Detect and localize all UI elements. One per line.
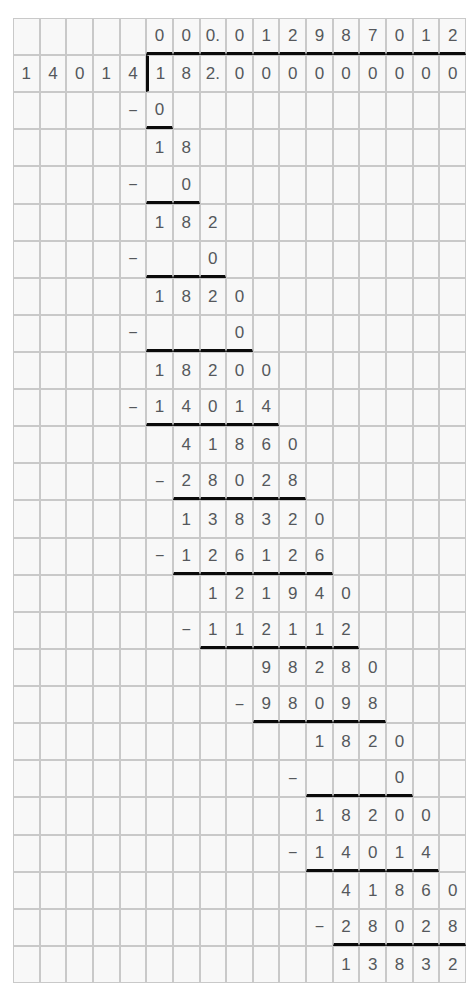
empty-cell (66, 686, 93, 723)
empty-cell (306, 166, 333, 203)
long-division-board: 000.01298701214014182.000000000−018−0182… (13, 18, 466, 983)
empty-cell (13, 426, 40, 463)
empty-cell (306, 278, 333, 315)
digit-cell-r10c8: 2 (200, 352, 227, 389)
empty-cell (93, 463, 120, 500)
empty-cell (333, 204, 360, 241)
empty-cell (120, 612, 147, 649)
empty-cell (40, 835, 67, 872)
empty-cell (279, 278, 306, 315)
digit-cell-r12c11: 0 (279, 426, 306, 463)
empty-cell (386, 389, 413, 426)
empty-cell (40, 18, 67, 55)
digit-cell-r16c10: 1 (253, 575, 280, 612)
digit-cell-r20c14: 2 (359, 723, 386, 760)
empty-cell (13, 352, 40, 389)
empty-cell (413, 649, 440, 686)
digit-cell-r1c11: 2 (279, 18, 306, 55)
empty-cell (13, 797, 40, 834)
empty-cell (200, 760, 227, 797)
empty-cell (173, 909, 200, 946)
digit-cell-r11c9: 1 (226, 389, 253, 426)
digit-cell-r8c9: 0 (226, 278, 253, 315)
empty-cell (120, 835, 147, 872)
empty-cell (386, 612, 413, 649)
empty-cell (279, 92, 306, 129)
empty-cell (13, 538, 40, 575)
digit-cell-r21c15: 0 (386, 760, 413, 797)
digit-cell-r12c9: 8 (226, 426, 253, 463)
empty-cell (40, 204, 67, 241)
empty-cell (386, 92, 413, 129)
empty-cell (66, 538, 93, 575)
empty-cell (40, 426, 67, 463)
digit-cell-r25c14: 8 (359, 909, 386, 946)
digit-cell-r2c14: 0 (359, 55, 386, 92)
empty-cell (306, 315, 333, 352)
digit-cell-r8c8: 2 (200, 278, 227, 315)
digit-cell-r26c14: 3 (359, 946, 386, 983)
digit-cell-r22c16: 0 (413, 797, 440, 834)
digit-cell-r17c10: 2 (253, 612, 280, 649)
digit-cell-r2c11: 0 (279, 55, 306, 92)
empty-cell (439, 166, 466, 203)
empty-cell (40, 909, 67, 946)
empty-cell (40, 129, 67, 166)
empty-cell (386, 500, 413, 537)
empty-cell (359, 389, 386, 426)
empty-cell (413, 389, 440, 426)
empty-cell (226, 129, 253, 166)
digit-cell-r4c6: 1 (146, 129, 173, 166)
empty-cell (439, 797, 466, 834)
empty-cell (40, 389, 67, 426)
empty-cell (333, 129, 360, 166)
empty-cell (439, 92, 466, 129)
empty-cell (66, 204, 93, 241)
empty-cell (66, 426, 93, 463)
digit-cell-r13c10: 2 (253, 463, 280, 500)
empty-cell (40, 723, 67, 760)
digit-cell-r15c7: 1 (173, 538, 200, 575)
empty-cell (200, 872, 227, 909)
digit-cell-r16c9: 2 (226, 575, 253, 612)
empty-cell (120, 278, 147, 315)
empty-cell (386, 649, 413, 686)
empty-cell (93, 426, 120, 463)
digit-cell-r12c7: 4 (173, 426, 200, 463)
empty-cell (413, 575, 440, 612)
empty-cell (200, 946, 227, 983)
empty-cell (413, 278, 440, 315)
empty-cell (173, 797, 200, 834)
empty-cell (66, 241, 93, 278)
empty-cell (13, 575, 40, 612)
empty-cell (253, 204, 280, 241)
digit-cell-r19c10: 9 (253, 686, 280, 723)
empty-cell (306, 872, 333, 909)
digit-cell-r16c13: 0 (333, 575, 360, 612)
empty-cell (359, 463, 386, 500)
digit-cell-r23c12: 1 (306, 835, 333, 872)
empty-cell (333, 760, 360, 797)
empty-cell (40, 686, 67, 723)
digit-cell-r13c11: 8 (279, 463, 306, 500)
empty-cell (13, 760, 40, 797)
empty-cell (439, 575, 466, 612)
empty-cell (13, 500, 40, 537)
empty-cell (279, 723, 306, 760)
empty-cell (173, 686, 200, 723)
digit-cell-r9c9: 0 (226, 315, 253, 352)
empty-cell (359, 500, 386, 537)
empty-cell (13, 946, 40, 983)
empty-cell (413, 500, 440, 537)
empty-cell (13, 909, 40, 946)
empty-cell (386, 278, 413, 315)
empty-cell (120, 204, 147, 241)
empty-cell (359, 92, 386, 129)
empty-cell (173, 92, 200, 129)
digit-cell-r4c7: 8 (173, 129, 200, 166)
empty-cell (40, 612, 67, 649)
empty-cell (93, 612, 120, 649)
empty-cell (120, 760, 147, 797)
empty-cell (359, 204, 386, 241)
minus-sign-cell: − (306, 909, 333, 946)
empty-cell (66, 352, 93, 389)
empty-cell (66, 129, 93, 166)
empty-cell (93, 92, 120, 129)
empty-cell (40, 872, 67, 909)
empty-cell (200, 649, 227, 686)
empty-cell (279, 204, 306, 241)
digit-cell-r25c17: 8 (439, 909, 466, 946)
digit-cell-r26c16: 3 (413, 946, 440, 983)
digit-cell-r6c6: 1 (146, 204, 173, 241)
empty-cell (146, 946, 173, 983)
digit-cell-r25c15: 0 (386, 909, 413, 946)
empty-cell (253, 92, 280, 129)
empty-cell (173, 946, 200, 983)
empty-cell (439, 835, 466, 872)
digit-cell-r10c7: 8 (173, 352, 200, 389)
empty-cell (253, 872, 280, 909)
digit-cell-r22c15: 0 (386, 797, 413, 834)
digit-cell-r17c13: 2 (333, 612, 360, 649)
minus-sign-cell: − (146, 463, 173, 500)
empty-cell (66, 872, 93, 909)
digit-cell-r16c8: 1 (200, 575, 227, 612)
empty-cell (93, 278, 120, 315)
empty-cell (439, 463, 466, 500)
empty-cell (93, 835, 120, 872)
empty-cell (439, 612, 466, 649)
digit-cell-r1c9: 0 (226, 18, 253, 55)
empty-cell (40, 649, 67, 686)
empty-cell (120, 909, 147, 946)
empty-cell (333, 389, 360, 426)
empty-cell (253, 723, 280, 760)
empty-cell (200, 723, 227, 760)
empty-cell (226, 723, 253, 760)
minus-sign-cell: − (279, 835, 306, 872)
empty-cell (93, 686, 120, 723)
digit-cell-r15c12: 6 (306, 538, 333, 575)
empty-cell (40, 352, 67, 389)
empty-cell (40, 760, 67, 797)
empty-cell (279, 166, 306, 203)
empty-cell (200, 129, 227, 166)
empty-cell (66, 389, 93, 426)
empty-cell (439, 426, 466, 463)
empty-cell (93, 166, 120, 203)
empty-cell (413, 92, 440, 129)
empty-cell (66, 500, 93, 537)
empty-cell (173, 723, 200, 760)
empty-cell (13, 872, 40, 909)
digit-cell-r19c14: 8 (359, 686, 386, 723)
digit-cell-r19c11: 8 (279, 686, 306, 723)
empty-cell (120, 946, 147, 983)
empty-cell (253, 278, 280, 315)
empty-cell (359, 575, 386, 612)
digit-cell-r2c4: 1 (93, 55, 120, 92)
empty-cell (439, 538, 466, 575)
empty-cell (66, 797, 93, 834)
digit-cell-r2c3: 0 (66, 55, 93, 92)
minus-sign-cell: − (120, 241, 147, 278)
empty-cell (146, 760, 173, 797)
digit-cell-r24c15: 8 (386, 872, 413, 909)
digit-cell-r23c15: 1 (386, 835, 413, 872)
empty-cell (359, 612, 386, 649)
empty-cell (40, 946, 67, 983)
empty-cell (333, 315, 360, 352)
digit-cell-r7c8: 0 (200, 241, 227, 278)
empty-cell (13, 278, 40, 315)
empty-cell (66, 463, 93, 500)
empty-cell (66, 649, 93, 686)
empty-cell (146, 500, 173, 537)
empty-cell (93, 129, 120, 166)
empty-cell (13, 723, 40, 760)
empty-cell (93, 575, 120, 612)
digit-cell-r1c15: 0 (386, 18, 413, 55)
empty-cell (146, 426, 173, 463)
empty-cell (306, 389, 333, 426)
empty-cell (40, 575, 67, 612)
empty-cell (439, 352, 466, 389)
empty-cell (359, 760, 386, 797)
empty-cell (120, 463, 147, 500)
digit-cell-r2c13: 0 (333, 55, 360, 92)
empty-cell (93, 872, 120, 909)
empty-cell (120, 426, 147, 463)
empty-cell (13, 686, 40, 723)
empty-cell (93, 723, 120, 760)
empty-cell (279, 352, 306, 389)
empty-cell (306, 241, 333, 278)
empty-cell (66, 166, 93, 203)
empty-cell (359, 315, 386, 352)
empty-cell (173, 575, 200, 612)
digit-cell-r17c8: 1 (200, 612, 227, 649)
minus-sign-cell: − (226, 686, 253, 723)
empty-cell (439, 389, 466, 426)
empty-cell (439, 129, 466, 166)
empty-cell (253, 909, 280, 946)
digit-cell-r2c8: 2. (200, 55, 227, 92)
empty-cell (413, 129, 440, 166)
empty-cell (40, 500, 67, 537)
empty-cell (93, 352, 120, 389)
digit-cell-r15c9: 6 (226, 538, 253, 575)
empty-cell (386, 166, 413, 203)
minus-sign-cell: − (120, 315, 147, 352)
digit-cell-r20c12: 1 (306, 723, 333, 760)
empty-cell (253, 835, 280, 872)
empty-cell (359, 166, 386, 203)
empty-cell (413, 538, 440, 575)
empty-cell (253, 129, 280, 166)
empty-cell (439, 278, 466, 315)
digit-cell-r11c6: 1 (146, 389, 173, 426)
minus-sign-cell: − (120, 166, 147, 203)
empty-cell (279, 241, 306, 278)
empty-cell (146, 909, 173, 946)
digit-cell-r15c11: 2 (279, 538, 306, 575)
empty-cell (226, 946, 253, 983)
empty-cell (66, 723, 93, 760)
empty-cell (13, 129, 40, 166)
digit-cell-r2c7: 8 (173, 55, 200, 92)
empty-cell (40, 241, 67, 278)
digit-cell-r18c11: 8 (279, 649, 306, 686)
digit-cell-r6c8: 2 (200, 204, 227, 241)
empty-cell (13, 463, 40, 500)
empty-cell (146, 315, 173, 352)
empty-cell (120, 797, 147, 834)
empty-cell (306, 92, 333, 129)
empty-cell (120, 538, 147, 575)
empty-cell (93, 18, 120, 55)
empty-cell (13, 241, 40, 278)
empty-cell (226, 92, 253, 129)
empty-cell (173, 649, 200, 686)
empty-cell (93, 760, 120, 797)
empty-cell (173, 872, 200, 909)
empty-cell (413, 723, 440, 760)
empty-cell (93, 797, 120, 834)
empty-cell (146, 241, 173, 278)
empty-cell (93, 204, 120, 241)
empty-cell (66, 278, 93, 315)
empty-cell (386, 204, 413, 241)
empty-cell (279, 315, 306, 352)
empty-cell (413, 463, 440, 500)
empty-cell (226, 909, 253, 946)
empty-cell (333, 538, 360, 575)
empty-cell (200, 166, 227, 203)
empty-cell (200, 797, 227, 834)
empty-cell (200, 686, 227, 723)
digit-cell-r5c7: 0 (173, 166, 200, 203)
empty-cell (40, 278, 67, 315)
empty-cell (413, 612, 440, 649)
digit-cell-r22c13: 8 (333, 797, 360, 834)
digit-cell-r25c16: 2 (413, 909, 440, 946)
empty-cell (66, 760, 93, 797)
digit-cell-r1c14: 7 (359, 18, 386, 55)
empty-cell (13, 166, 40, 203)
empty-cell (333, 166, 360, 203)
digit-cell-r24c16: 6 (413, 872, 440, 909)
empty-cell (279, 389, 306, 426)
digit-cell-r26c17: 2 (439, 946, 466, 983)
empty-cell (93, 946, 120, 983)
empty-cell (66, 315, 93, 352)
empty-cell (386, 575, 413, 612)
digit-cell-r3c6: 0 (146, 92, 173, 129)
empty-cell (120, 649, 147, 686)
digit-cell-r17c12: 1 (306, 612, 333, 649)
empty-cell (306, 760, 333, 797)
empty-cell (306, 426, 333, 463)
digit-cell-r14c12: 0 (306, 500, 333, 537)
empty-cell (173, 835, 200, 872)
empty-cell (359, 538, 386, 575)
empty-cell (40, 315, 67, 352)
empty-cell (200, 835, 227, 872)
empty-cell (386, 315, 413, 352)
digit-cell-r1c7: 0 (173, 18, 200, 55)
empty-cell (439, 500, 466, 537)
empty-cell (413, 686, 440, 723)
empty-cell (413, 204, 440, 241)
minus-sign-cell: − (279, 760, 306, 797)
empty-cell (66, 575, 93, 612)
empty-cell (386, 463, 413, 500)
digit-cell-r16c11: 9 (279, 575, 306, 612)
empty-cell (93, 649, 120, 686)
digit-cell-r1c16: 1 (413, 18, 440, 55)
digit-cell-r14c11: 2 (279, 500, 306, 537)
empty-cell (146, 835, 173, 872)
digit-cell-r22c12: 1 (306, 797, 333, 834)
digit-cell-r18c13: 8 (333, 649, 360, 686)
empty-cell (279, 129, 306, 166)
empty-cell (306, 352, 333, 389)
digit-cell-r1c6: 0 (146, 18, 173, 55)
empty-cell (93, 909, 120, 946)
empty-cell (386, 129, 413, 166)
empty-cell (359, 278, 386, 315)
empty-cell (146, 797, 173, 834)
digit-cell-r24c13: 4 (333, 872, 360, 909)
digit-cell-r26c15: 8 (386, 946, 413, 983)
empty-cell (386, 538, 413, 575)
digit-cell-r8c6: 1 (146, 278, 173, 315)
empty-cell (40, 538, 67, 575)
digit-cell-r11c7: 4 (173, 389, 200, 426)
empty-cell (253, 760, 280, 797)
empty-cell (226, 204, 253, 241)
digit-cell-r2c12: 0 (306, 55, 333, 92)
minus-sign-cell: − (120, 389, 147, 426)
empty-cell (386, 426, 413, 463)
digit-cell-r16c12: 4 (306, 575, 333, 612)
